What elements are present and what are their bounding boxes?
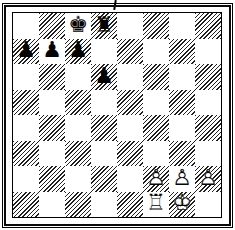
white-king-piece: ♚♔ <box>172 192 192 214</box>
square-a8 <box>13 13 39 39</box>
square-g2: ♟♙ <box>169 166 195 192</box>
square-f3 <box>143 141 169 167</box>
square-b1 <box>39 192 65 218</box>
square-f4 <box>143 115 169 141</box>
square-h3 <box>195 141 221 167</box>
square-d5 <box>91 90 117 116</box>
square-h5 <box>195 90 221 116</box>
square-d4 <box>91 115 117 141</box>
white-pawn-piece: ♟♙ <box>198 167 218 189</box>
square-c5 <box>65 90 91 116</box>
square-f6 <box>143 64 169 90</box>
square-c1 <box>65 192 91 218</box>
square-e8 <box>117 13 143 39</box>
square-b7: ♟ <box>39 39 65 65</box>
black-piece-glyph: ♟ <box>68 39 88 61</box>
white-pawn-piece: ♟♙ <box>146 167 166 189</box>
square-e5 <box>117 90 143 116</box>
square-g3 <box>169 141 195 167</box>
square-a5 <box>13 90 39 116</box>
square-g6 <box>169 64 195 90</box>
black-pawn-piece: ♟ <box>68 39 88 61</box>
square-b3 <box>39 141 65 167</box>
square-g5 <box>169 90 195 116</box>
square-a3 <box>13 141 39 167</box>
square-e7 <box>117 39 143 65</box>
black-pawn-piece: ♟ <box>94 65 114 87</box>
square-e1 <box>117 192 143 218</box>
square-f8 <box>143 13 169 39</box>
square-c7: ♟ <box>65 39 91 65</box>
square-f5 <box>143 90 169 116</box>
square-g7 <box>169 39 195 65</box>
black-piece-glyph: ♜ <box>94 14 114 36</box>
white-pawn-piece: ♟♙ <box>172 167 192 189</box>
white-piece-outline: ♖ <box>146 192 166 214</box>
square-h6 <box>195 64 221 90</box>
square-g4 <box>169 115 195 141</box>
black-piece-glyph: ♚ <box>68 14 88 36</box>
square-b8 <box>39 13 65 39</box>
square-c4 <box>65 115 91 141</box>
chess-diagram: ♚♜♟♟♟♟♟♙♟♙♟♙♜♖♚♔ <box>0 0 235 230</box>
white-piece-outline: ♙ <box>172 167 192 189</box>
square-h7 <box>195 39 221 65</box>
square-h1 <box>195 192 221 218</box>
square-b6 <box>39 64 65 90</box>
square-d2 <box>91 166 117 192</box>
white-piece-outline: ♙ <box>198 167 218 189</box>
square-a4 <box>13 115 39 141</box>
square-d1 <box>91 192 117 218</box>
square-a6 <box>13 64 39 90</box>
square-g8 <box>169 13 195 39</box>
black-piece-glyph: ♟ <box>16 39 36 61</box>
square-c2 <box>65 166 91 192</box>
square-f1: ♜♖ <box>143 192 169 218</box>
black-piece-glyph: ♟ <box>42 39 62 61</box>
square-h2: ♟♙ <box>195 166 221 192</box>
black-rook-piece: ♜ <box>94 14 114 36</box>
white-rook-piece: ♜♖ <box>146 192 166 214</box>
square-d8: ♜ <box>91 13 117 39</box>
black-piece-glyph: ♟ <box>94 65 114 87</box>
square-h4 <box>195 115 221 141</box>
square-c6 <box>65 64 91 90</box>
black-king-piece: ♚ <box>68 14 88 36</box>
square-e3 <box>117 141 143 167</box>
square-e6 <box>117 64 143 90</box>
black-pawn-piece: ♟ <box>42 39 62 61</box>
square-b5 <box>39 90 65 116</box>
square-h8 <box>195 13 221 39</box>
square-f2: ♟♙ <box>143 166 169 192</box>
square-b4 <box>39 115 65 141</box>
square-a2 <box>13 166 39 192</box>
square-d7 <box>91 39 117 65</box>
square-f7 <box>143 39 169 65</box>
square-c8: ♚ <box>65 13 91 39</box>
square-d6: ♟ <box>91 64 117 90</box>
white-piece-outline: ♙ <box>146 167 166 189</box>
square-b2 <box>39 166 65 192</box>
black-pawn-piece: ♟ <box>16 39 36 61</box>
white-piece-outline: ♔ <box>172 192 192 214</box>
chess-board: ♚♜♟♟♟♟♟♙♟♙♟♙♜♖♚♔ <box>12 12 222 218</box>
square-g1: ♚♔ <box>169 192 195 218</box>
square-c3 <box>65 141 91 167</box>
square-a7: ♟ <box>13 39 39 65</box>
square-a1 <box>13 192 39 218</box>
square-d3 <box>91 141 117 167</box>
square-e4 <box>117 115 143 141</box>
square-e2 <box>117 166 143 192</box>
